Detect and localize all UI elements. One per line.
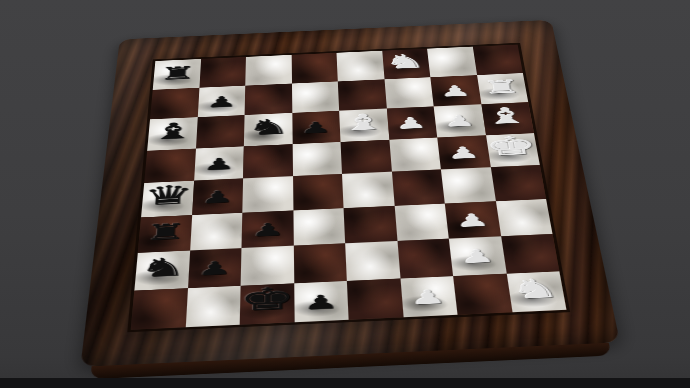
square-e5[interactable] bbox=[293, 174, 344, 210]
square-a2[interactable] bbox=[427, 47, 476, 77]
square-h5[interactable]: ♟ bbox=[294, 281, 349, 323]
square-f6[interactable]: ♟ bbox=[241, 210, 293, 248]
bottom-letterbox bbox=[0, 378, 690, 388]
square-e6[interactable] bbox=[242, 176, 293, 212]
square-f4[interactable] bbox=[344, 206, 397, 244]
square-a7[interactable] bbox=[199, 57, 246, 88]
board-grid: ♜♞♟♟♜♝♞♟♝♟♟♝♟♟♚♛♟♜♟♟♞♟♟♚♟♟♞ bbox=[131, 45, 567, 330]
piece-black-pawn-e7[interactable]: ♟ bbox=[201, 189, 234, 206]
piece-white-pawn-f2[interactable]: ♟ bbox=[455, 212, 491, 230]
square-d4[interactable] bbox=[341, 139, 392, 174]
piece-black-pawn-f6[interactable]: ♟ bbox=[251, 221, 285, 239]
piece-black-pawn-h5[interactable]: ♟ bbox=[303, 292, 339, 312]
piece-black-bishop-c8[interactable]: ♝ bbox=[149, 120, 195, 143]
square-a6[interactable] bbox=[245, 55, 291, 85]
piece-black-rook-f8[interactable]: ♜ bbox=[143, 221, 186, 243]
square-f5[interactable] bbox=[293, 208, 345, 246]
piece-black-pawn-g7[interactable]: ♟ bbox=[197, 259, 232, 278]
square-b4[interactable] bbox=[338, 79, 387, 111]
piece-black-pawn-b7[interactable]: ♟ bbox=[206, 94, 237, 109]
square-g1[interactable] bbox=[501, 234, 560, 273]
piece-white-knight-a3[interactable]: ♞ bbox=[384, 52, 427, 72]
square-b6[interactable] bbox=[245, 83, 292, 115]
square-a3[interactable]: ♞ bbox=[382, 49, 431, 79]
square-b1[interactable]: ♜ bbox=[477, 73, 529, 105]
square-f2[interactable]: ♟ bbox=[445, 201, 501, 239]
square-e1[interactable] bbox=[490, 165, 546, 201]
square-h8[interactable] bbox=[131, 288, 188, 330]
square-f1[interactable] bbox=[495, 199, 552, 237]
piece-white-pawn-g2[interactable]: ♟ bbox=[459, 248, 496, 267]
square-e7[interactable]: ♟ bbox=[192, 178, 243, 214]
square-d7[interactable]: ♟ bbox=[194, 146, 244, 181]
square-d1[interactable]: ♚ bbox=[486, 133, 540, 167]
piece-white-king-d1[interactable]: ♚ bbox=[484, 133, 539, 159]
piece-white-bishop-c1[interactable]: ♝ bbox=[483, 105, 531, 128]
square-b5[interactable] bbox=[292, 81, 340, 113]
square-f8[interactable]: ♜ bbox=[138, 215, 192, 253]
chess-board: ♜♞♟♟♜♝♞♟♝♟♟♝♟♟♚♛♟♜♟♟♞♟♟♚♟♟♞ bbox=[80, 20, 620, 367]
square-a1[interactable] bbox=[472, 45, 522, 75]
square-e2[interactable] bbox=[441, 167, 495, 203]
square-g4[interactable] bbox=[345, 241, 400, 281]
piece-white-pawn-h3[interactable]: ♟ bbox=[410, 288, 447, 308]
square-e3[interactable] bbox=[391, 170, 444, 206]
square-h1[interactable]: ♞ bbox=[506, 271, 566, 312]
square-g5[interactable] bbox=[293, 243, 347, 283]
piece-black-rook-a8[interactable]: ♜ bbox=[158, 64, 197, 82]
square-c8[interactable]: ♝ bbox=[147, 117, 197, 150]
square-b7[interactable]: ♟ bbox=[197, 85, 245, 117]
square-a5[interactable] bbox=[291, 53, 338, 83]
square-e4[interactable] bbox=[342, 172, 394, 208]
square-g7[interactable]: ♟ bbox=[188, 248, 242, 288]
square-d5[interactable] bbox=[292, 142, 342, 177]
board-tilt-wrapper: ♜♞♟♟♜♝♞♟♝♟♟♝♟♟♚♛♟♜♟♟♞♟♟♚♟♟♞ bbox=[91, 0, 592, 388]
square-h3[interactable]: ♟ bbox=[400, 276, 458, 317]
piece-white-knight-h1[interactable]: ♞ bbox=[509, 276, 562, 303]
piece-black-pawn-d7[interactable]: ♟ bbox=[203, 156, 236, 172]
square-a8[interactable]: ♜ bbox=[153, 59, 201, 90]
square-d6[interactable] bbox=[243, 144, 292, 179]
scene-background: ♜♞♟♟♜♝♞♟♝♟♟♝♟♟♚♛♟♜♟♟♞♟♟♚♟♟♞ bbox=[0, 0, 690, 388]
square-g2[interactable]: ♟ bbox=[449, 236, 506, 275]
piece-white-rook-b1[interactable]: ♜ bbox=[482, 78, 523, 97]
